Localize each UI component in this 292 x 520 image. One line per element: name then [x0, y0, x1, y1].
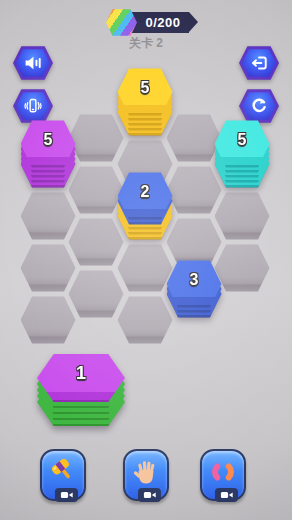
stack-count: 5	[21, 120, 76, 159]
level-label: 关卡 2	[0, 35, 292, 52]
stack-a1[interactable]: 5	[21, 140, 76, 188]
stack-count: 5	[118, 68, 173, 107]
board-cell-a4[interactable]	[21, 296, 76, 344]
stack-d4[interactable]: 3	[167, 270, 222, 318]
board-cell-b4[interactable]	[69, 270, 124, 318]
board-cell-d2[interactable]	[167, 166, 222, 214]
board-cell-a2[interactable]	[21, 192, 76, 240]
board-cell-e2[interactable]	[215, 192, 270, 240]
board-cell-d3[interactable]	[167, 218, 222, 266]
stack-count: 5	[215, 120, 270, 159]
progress-text: 0/200	[133, 13, 193, 32]
board-cell-c5[interactable]	[118, 296, 173, 344]
board-cell-b1[interactable]	[69, 114, 124, 162]
tile-layer-blue: 3	[167, 260, 222, 308]
stack-c3[interactable]: 2	[118, 192, 173, 240]
stack-e1[interactable]: 5	[215, 140, 270, 188]
tile-layer-purple: 1	[37, 353, 125, 403]
board-cell-c4[interactable]	[118, 244, 173, 292]
board-cell-b2[interactable]	[69, 166, 124, 214]
stack-count: 3	[167, 260, 222, 299]
board-cell-b3[interactable]	[69, 218, 124, 266]
stack-count: 1	[37, 353, 125, 394]
tray-stack[interactable]: 1	[37, 377, 125, 427]
board-cell-d1[interactable]	[167, 114, 222, 162]
board-cell-a3[interactable]	[21, 244, 76, 292]
board-cell-e3[interactable]	[215, 244, 270, 292]
stack-c1[interactable]: 5	[118, 88, 173, 136]
game-screen: 0/200 关卡 2	[0, 0, 292, 520]
board: 55523	[0, 0, 292, 520]
